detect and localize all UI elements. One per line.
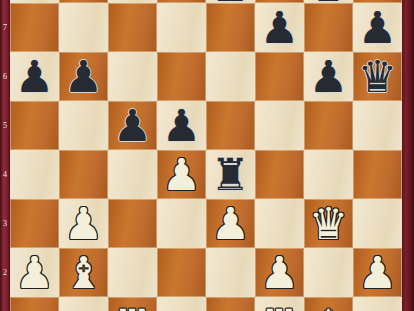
square-a1[interactable] bbox=[10, 297, 59, 311]
piece-white-pawn-e3[interactable]: ♟ bbox=[211, 199, 250, 248]
square-b6[interactable]: ♟ bbox=[59, 52, 108, 101]
square-a5[interactable] bbox=[10, 101, 59, 150]
square-d1[interactable] bbox=[157, 297, 206, 311]
square-b1[interactable] bbox=[59, 297, 108, 311]
board-frame-left: 765432 bbox=[0, 0, 10, 311]
square-g4[interactable] bbox=[304, 150, 353, 199]
piece-black-pawn-c5[interactable]: ♟ bbox=[113, 101, 152, 150]
piece-white-pawn-a2[interactable]: ♟ bbox=[15, 248, 54, 297]
chess-board: ♜♚♟♟♟♟♟♛♟♟♟♜♟♟♛♟♝♟♟♜♜♚ bbox=[10, 0, 402, 311]
piece-white-pawn-f2[interactable]: ♟ bbox=[260, 248, 299, 297]
piece-black-pawn-a6[interactable]: ♟ bbox=[15, 52, 54, 101]
square-c1[interactable]: ♜ bbox=[108, 297, 157, 311]
square-h6[interactable]: ♛ bbox=[353, 52, 402, 101]
rank-label-2: 2 bbox=[0, 269, 10, 277]
square-b2[interactable]: ♝ bbox=[59, 248, 108, 297]
square-c2[interactable] bbox=[108, 248, 157, 297]
square-f3[interactable] bbox=[255, 199, 304, 248]
square-g7[interactable] bbox=[304, 3, 353, 52]
square-b4[interactable] bbox=[59, 150, 108, 199]
square-c4[interactable] bbox=[108, 150, 157, 199]
square-b7[interactable] bbox=[59, 3, 108, 52]
square-e4[interactable]: ♜ bbox=[206, 150, 255, 199]
rank-label-3: 3 bbox=[0, 220, 10, 228]
rank-label-6: 6 bbox=[0, 73, 10, 81]
square-f2[interactable]: ♟ bbox=[255, 248, 304, 297]
square-h1[interactable] bbox=[353, 297, 402, 311]
rank-label-4: 4 bbox=[0, 171, 10, 179]
square-g1[interactable]: ♚ bbox=[304, 297, 353, 311]
square-a7[interactable] bbox=[10, 3, 59, 52]
square-d2[interactable] bbox=[157, 248, 206, 297]
square-e3[interactable]: ♟ bbox=[206, 199, 255, 248]
piece-black-queen-h6[interactable]: ♛ bbox=[358, 52, 397, 101]
piece-black-pawn-b6[interactable]: ♟ bbox=[64, 52, 103, 101]
square-g5[interactable] bbox=[304, 101, 353, 150]
square-e7[interactable] bbox=[206, 3, 255, 52]
piece-black-pawn-g6[interactable]: ♟ bbox=[309, 52, 348, 101]
square-f6[interactable] bbox=[255, 52, 304, 101]
square-h5[interactable] bbox=[353, 101, 402, 150]
piece-black-rook-e4[interactable]: ♜ bbox=[211, 150, 250, 199]
piece-white-rook-c1[interactable]: ♜ bbox=[113, 301, 152, 311]
square-h7[interactable]: ♟ bbox=[353, 3, 402, 52]
piece-black-pawn-h7[interactable]: ♟ bbox=[358, 3, 397, 52]
square-f7[interactable]: ♟ bbox=[255, 3, 304, 52]
square-d6[interactable] bbox=[157, 52, 206, 101]
chess-diagram: ♜♚♟♟♟♟♟♛♟♟♟♜♟♟♛♟♝♟♟♜♜♚ 765432 bbox=[0, 0, 414, 311]
piece-white-pawn-b3[interactable]: ♟ bbox=[64, 199, 103, 248]
square-a2[interactable]: ♟ bbox=[10, 248, 59, 297]
piece-black-pawn-f7[interactable]: ♟ bbox=[260, 3, 299, 52]
square-a4[interactable] bbox=[10, 150, 59, 199]
square-h3[interactable] bbox=[353, 199, 402, 248]
square-f1[interactable]: ♜ bbox=[255, 297, 304, 311]
piece-white-queen-g3[interactable]: ♛ bbox=[309, 199, 348, 248]
square-c3[interactable] bbox=[108, 199, 157, 248]
piece-black-pawn-d5[interactable]: ♟ bbox=[162, 101, 201, 150]
square-d4[interactable]: ♟ bbox=[157, 150, 206, 199]
square-f5[interactable] bbox=[255, 101, 304, 150]
square-e1[interactable] bbox=[206, 297, 255, 311]
square-g6[interactable]: ♟ bbox=[304, 52, 353, 101]
square-a6[interactable]: ♟ bbox=[10, 52, 59, 101]
square-g3[interactable]: ♛ bbox=[304, 199, 353, 248]
board-frame-right bbox=[402, 0, 414, 311]
square-c7[interactable] bbox=[108, 3, 157, 52]
piece-white-pawn-d4[interactable]: ♟ bbox=[162, 150, 201, 199]
rank-label-7: 7 bbox=[0, 24, 10, 32]
square-f4[interactable] bbox=[255, 150, 304, 199]
square-e6[interactable] bbox=[206, 52, 255, 101]
board-viewport: ♜♚♟♟♟♟♟♛♟♟♟♜♟♟♛♟♝♟♟♜♜♚ bbox=[10, 0, 402, 311]
piece-white-bishop-b2[interactable]: ♝ bbox=[64, 248, 103, 297]
square-a3[interactable] bbox=[10, 199, 59, 248]
square-e2[interactable] bbox=[206, 248, 255, 297]
square-c5[interactable]: ♟ bbox=[108, 101, 157, 150]
square-c6[interactable] bbox=[108, 52, 157, 101]
square-b5[interactable] bbox=[59, 101, 108, 150]
piece-white-king-g1[interactable]: ♚ bbox=[309, 301, 348, 311]
piece-white-rook-f1[interactable]: ♜ bbox=[260, 301, 299, 311]
square-d5[interactable]: ♟ bbox=[157, 101, 206, 150]
square-g2[interactable] bbox=[304, 248, 353, 297]
piece-white-pawn-h2[interactable]: ♟ bbox=[358, 248, 397, 297]
square-h2[interactable]: ♟ bbox=[353, 248, 402, 297]
rank-label-5: 5 bbox=[0, 122, 10, 130]
square-d3[interactable] bbox=[157, 199, 206, 248]
square-e5[interactable] bbox=[206, 101, 255, 150]
square-h4[interactable] bbox=[353, 150, 402, 199]
square-b3[interactable]: ♟ bbox=[59, 199, 108, 248]
square-d7[interactable] bbox=[157, 3, 206, 52]
